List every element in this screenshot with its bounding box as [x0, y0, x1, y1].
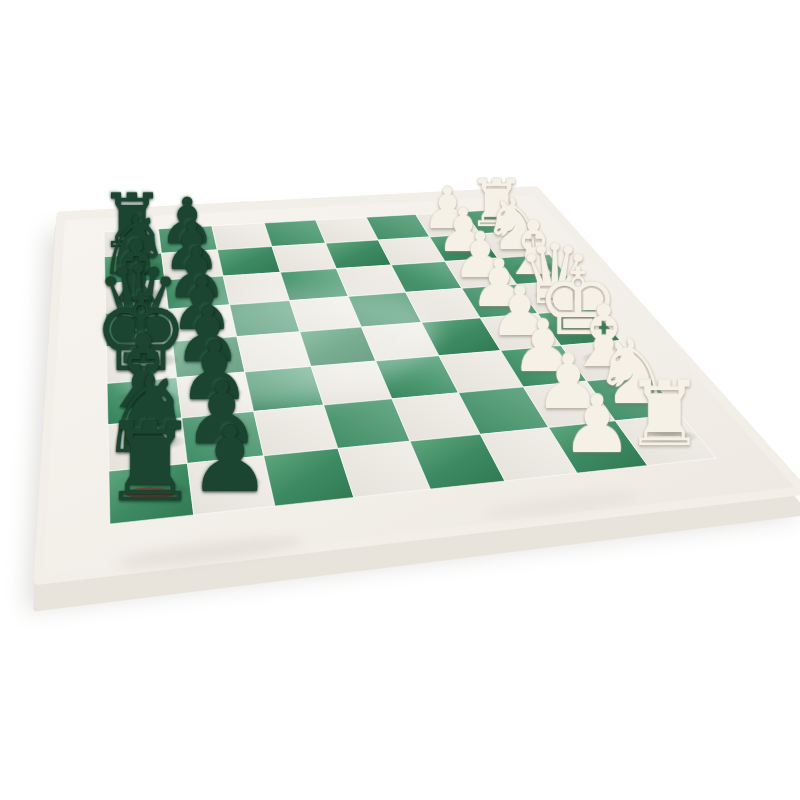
piece-green-pawn[interactable]: ♟: [189, 414, 271, 506]
square-a5[interactable]: [264, 220, 325, 246]
piece-white-pawn[interactable]: ♟: [561, 385, 632, 465]
piece-white-rook[interactable]: ♜: [624, 370, 705, 460]
square-b5[interactable]: [272, 243, 336, 272]
piece-green-rook[interactable]: ♜: [101, 408, 199, 517]
scene: ♜♟♟♜♞♟♟♞♝♟♟♝♛♟♟♛♚♟♟♚♝♟♟♝♞♟♟♞♜♟♟♜: [0, 0, 800, 800]
